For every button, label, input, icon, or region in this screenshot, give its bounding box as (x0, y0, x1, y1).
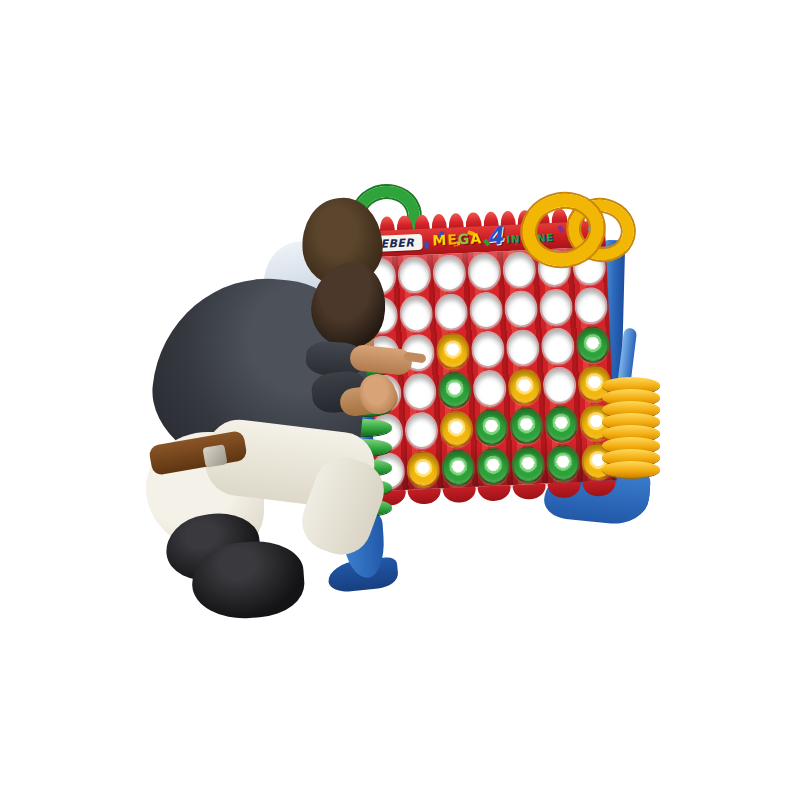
yellow-ring-stack (602, 382, 660, 478)
empty-hole[interactable] (540, 327, 575, 365)
disc-green[interactable] (546, 444, 581, 482)
bottom-scallop (548, 482, 582, 498)
empty-hole[interactable] (402, 372, 437, 410)
cell-r6c4[interactable] (475, 446, 512, 487)
cell-r6c2[interactable] (405, 449, 442, 490)
cell-r3c6[interactable] (539, 326, 576, 367)
cell-r3c3[interactable] (435, 331, 472, 372)
disc-yellow[interactable] (436, 332, 471, 370)
disc-green[interactable] (474, 408, 509, 446)
disc-green[interactable] (476, 447, 511, 485)
empty-hole[interactable] (574, 287, 609, 325)
empty-hole[interactable] (502, 251, 537, 289)
empty-hole[interactable] (434, 293, 469, 331)
cell-r4c4[interactable] (471, 368, 508, 409)
empty-hole[interactable] (399, 295, 434, 333)
empty-hole[interactable] (432, 254, 467, 292)
disc-green[interactable] (511, 446, 546, 484)
cell-r5c5[interactable] (508, 406, 545, 447)
confetti-piece (424, 242, 428, 249)
disc-yellow[interactable] (439, 410, 474, 448)
cell-r6c3[interactable] (440, 448, 477, 489)
banner-title-4: 4 (485, 222, 505, 252)
empty-hole[interactable] (404, 411, 439, 449)
disc-yellow[interactable] (406, 450, 441, 488)
mega-letter: M (432, 232, 448, 249)
cell-r1c3[interactable] (431, 253, 468, 294)
cell-r2c5[interactable] (503, 289, 540, 330)
cell-r3c5[interactable] (504, 328, 541, 369)
empty-hole[interactable] (471, 330, 506, 368)
empty-hole[interactable] (542, 366, 577, 404)
bottom-scallop (408, 488, 442, 504)
cell-r1c4[interactable] (466, 251, 503, 292)
cell-r4c2[interactable] (401, 371, 438, 412)
disc-green[interactable] (575, 326, 610, 364)
product-photo: FEBER MEGA 4 IN LINE (0, 0, 800, 800)
disc-green[interactable] (544, 405, 579, 443)
empty-hole[interactable] (539, 288, 574, 326)
banner-title-mega: MEGA (432, 230, 483, 248)
bottom-scallop (478, 485, 512, 501)
disc-green[interactable] (441, 449, 476, 487)
cell-r4c3[interactable] (436, 370, 473, 411)
mega-letter: A (470, 230, 483, 247)
bottom-scallop (582, 480, 616, 496)
empty-hole[interactable] (472, 369, 507, 407)
cell-r2c3[interactable] (433, 292, 470, 333)
cell-r5c4[interactable] (473, 407, 510, 448)
cell-r5c3[interactable] (438, 409, 475, 450)
cell-r2c4[interactable] (468, 290, 505, 331)
cell-r1c2[interactable] (396, 254, 433, 295)
disc-yellow[interactable] (507, 368, 542, 406)
cell-r4c5[interactable] (506, 367, 543, 408)
cell-r2c2[interactable] (398, 293, 435, 334)
cell-r6c6[interactable] (545, 443, 582, 484)
disc-green[interactable] (437, 371, 472, 409)
bottom-scallop (513, 484, 547, 500)
stacked-yellow-ring[interactable] (602, 461, 660, 478)
disc-green[interactable] (509, 407, 544, 445)
mega-letter: E (447, 231, 458, 247)
empty-hole[interactable] (397, 256, 432, 294)
cell-r2c6[interactable] (538, 287, 575, 328)
man-belt-buckle (202, 444, 227, 468)
empty-hole[interactable] (504, 290, 539, 328)
bottom-scallop (443, 487, 477, 503)
empty-hole[interactable] (469, 291, 504, 329)
empty-hole[interactable] (467, 252, 502, 290)
cell-r6c5[interactable] (510, 445, 547, 486)
cell-r3c4[interactable] (470, 329, 507, 370)
cell-r5c6[interactable] (543, 404, 580, 445)
cell-r5c2[interactable] (403, 410, 440, 451)
cell-r4c6[interactable] (541, 365, 578, 406)
empty-hole[interactable] (506, 329, 541, 367)
cell-r3c7[interactable] (574, 324, 611, 365)
mega-letter: G (458, 231, 471, 248)
cell-r2c7[interactable] (573, 286, 610, 327)
